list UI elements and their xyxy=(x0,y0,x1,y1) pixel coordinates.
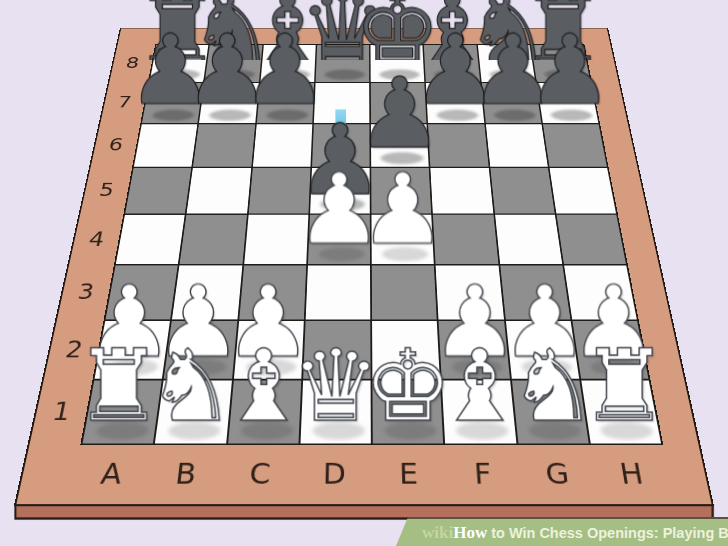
square-e1: ♚ xyxy=(372,380,443,443)
white-rook-h1: ♜ xyxy=(580,337,669,436)
wikihow-logo-how: How xyxy=(453,523,487,543)
square-e4: ♟ xyxy=(371,215,434,264)
board-frame: 87654321 ABCDEFGH ♜♞♝♛♚♝♞♜♟♟♟♟♟♟♟♟♟♟♟♟♟♟… xyxy=(14,28,714,507)
square-f1: ♝ xyxy=(442,380,516,443)
square-g1: ♞ xyxy=(512,380,589,443)
square-h6 xyxy=(543,124,607,167)
square-g4 xyxy=(495,215,562,264)
square-a4 xyxy=(116,215,185,264)
file-label-c: C xyxy=(221,443,299,504)
file-label-a: A xyxy=(69,443,153,504)
file-labels: ABCDEFGH xyxy=(69,443,675,504)
chessboard-assembly: 87654321 ABCDEFGH ♜♞♝♛♚♝♞♜♟♟♟♟♟♟♟♟♟♟♟♟♟♟… xyxy=(76,0,651,514)
file-label-e: E xyxy=(372,443,448,504)
caption-bar: wikiHow to Win Chess Openings: Playing B… xyxy=(396,517,728,546)
square-b4 xyxy=(180,215,247,264)
square-c1: ♝ xyxy=(228,380,301,443)
file-label-h: H xyxy=(590,443,675,504)
square-d3 xyxy=(305,266,370,319)
file-label-d: D xyxy=(296,443,372,504)
square-d1: ♛ xyxy=(300,380,371,443)
wikihow-chess-illustration: 87654321 ABCDEFGH ♜♞♝♛♚♝♞♜♟♟♟♟♟♟♟♟♟♟♟♟♟♟… xyxy=(0,0,728,546)
white-pawn-e4: ♟ xyxy=(359,161,447,259)
caption-title: to Win Chess Openings: Playing Black xyxy=(487,525,728,541)
chessboard: ♜♞♝♛♚♝♞♜♟♟♟♟♟♟♟♟♟♟♟♟♟♟♟♟♜♞♝♛♚♝♞♜ xyxy=(80,44,663,445)
square-b5 xyxy=(187,168,251,214)
board-tilt: 87654321 ABCDEFGH ♜♞♝♛♚♝♞♜♟♟♟♟♟♟♟♟♟♟♟♟♟♟… xyxy=(14,28,714,507)
file-label-b: B xyxy=(145,443,226,504)
square-a5 xyxy=(125,168,191,214)
square-b6 xyxy=(193,124,255,167)
square-e3 xyxy=(372,266,437,319)
black-pawn-h7: ♟ xyxy=(526,22,613,119)
square-a6 xyxy=(134,124,198,167)
square-h5 xyxy=(549,168,616,214)
file-label-g: G xyxy=(517,443,599,504)
square-h4 xyxy=(556,215,626,264)
file-label-f: F xyxy=(445,443,524,504)
square-h1: ♜ xyxy=(581,380,661,443)
square-g6 xyxy=(486,124,548,167)
square-h7: ♟ xyxy=(537,83,599,123)
square-g5 xyxy=(490,168,555,214)
wikihow-logo-wiki: wiki xyxy=(422,523,453,543)
